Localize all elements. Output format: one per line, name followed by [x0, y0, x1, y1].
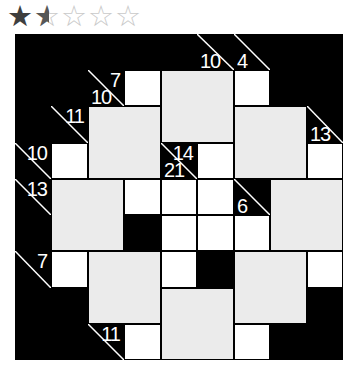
merged-entry-block[interactable]: [162, 289, 233, 359]
puzzle-page: ★☆★☆☆☆ 1047101113101421136711: [0, 0, 356, 374]
merged-entry-block[interactable]: [162, 71, 233, 142]
merged-entry-block[interactable]: [89, 252, 160, 323]
merged-entry-block[interactable]: [89, 107, 160, 178]
clue-cell: 710: [88, 70, 124, 106]
star-outline-icon: ☆: [88, 1, 115, 31]
across-clue: 7: [37, 251, 47, 271]
star-outline-icon: ☆: [61, 1, 88, 31]
entry-cell[interactable]: [52, 252, 87, 287]
entry-cell[interactable]: [235, 325, 269, 359]
entry-cell[interactable]: [125, 325, 160, 359]
entry-cell[interactable]: [198, 180, 233, 214]
entry-cell[interactable]: [308, 144, 342, 178]
clue-cell: 6: [234, 179, 270, 215]
clue-cell: 10: [15, 143, 51, 179]
down-clue: 10: [200, 51, 220, 71]
kakuro-board: 1047101113101421136711: [15, 34, 343, 360]
clue-cell: 13: [307, 106, 343, 143]
entry-cell[interactable]: [162, 216, 196, 250]
entry-cell[interactable]: [235, 216, 269, 250]
down-clue: 4: [237, 51, 247, 71]
entry-cell[interactable]: [235, 71, 269, 105]
entry-cell[interactable]: [162, 180, 196, 214]
entry-cell[interactable]: [162, 252, 196, 287]
clue-cell: 1421: [161, 143, 197, 179]
merged-entry-block[interactable]: [235, 252, 306, 323]
clue-cell: 4: [234, 34, 270, 70]
across-clue: 11: [65, 106, 84, 126]
merged-entry-block[interactable]: [235, 107, 306, 178]
entry-cell[interactable]: [308, 252, 342, 287]
star-outline-icon: ☆: [115, 1, 142, 31]
clue-cell: 11: [88, 324, 124, 360]
clue-cell: 13: [15, 179, 51, 215]
down-clue: 13: [310, 124, 330, 144]
clue-cell: 10: [197, 34, 234, 70]
clue-cell: 7: [15, 251, 51, 288]
entry-cell[interactable]: [198, 144, 233, 178]
merged-entry-block[interactable]: [271, 180, 342, 250]
down-clue: 10: [91, 87, 111, 107]
star-half-icon: ☆★: [34, 1, 61, 31]
down-clue: 21: [164, 160, 184, 180]
entry-cell[interactable]: [125, 71, 160, 105]
star-filled-icon: ★: [7, 1, 34, 31]
across-clue: 10: [27, 143, 47, 163]
star-half-fill-icon: ★: [34, 1, 49, 31]
merged-entry-block[interactable]: [52, 180, 123, 250]
down-clue: 6: [237, 196, 247, 216]
across-clue: 11: [101, 324, 120, 344]
difficulty-stars: ★☆★☆☆☆: [7, 1, 142, 31]
across-clue: 7: [110, 70, 120, 90]
entry-cell[interactable]: [198, 216, 233, 250]
across-clue: 13: [27, 179, 47, 199]
clue-cell: 11: [51, 106, 88, 143]
entry-cell[interactable]: [52, 144, 87, 178]
entry-cell[interactable]: [125, 180, 160, 214]
